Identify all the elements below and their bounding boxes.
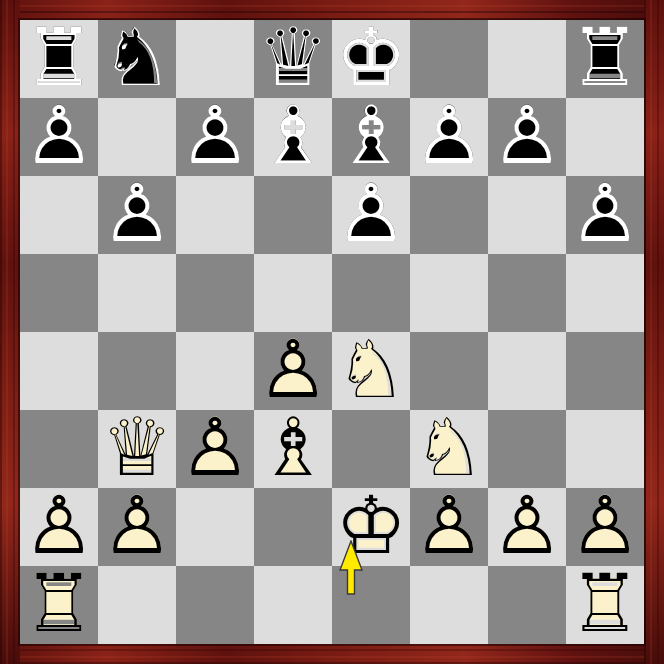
square-e6[interactable]: ♟♙	[332, 176, 410, 254]
piece-black-pawn: ♟♙	[176, 98, 254, 176]
square-f5[interactable]	[410, 254, 488, 332]
piece-black-bishop: ♝♗	[254, 98, 332, 176]
piece-white-rook: ♜♖	[20, 566, 98, 644]
square-f2[interactable]: ♟♙	[410, 488, 488, 566]
piece-white-knight: ♞♘	[332, 332, 410, 410]
square-f7[interactable]: ♟♙	[410, 98, 488, 176]
square-g7[interactable]: ♟♙	[488, 98, 566, 176]
square-d1[interactable]	[254, 566, 332, 644]
square-f1[interactable]	[410, 566, 488, 644]
piece-black-pawn: ♟♙	[332, 176, 410, 254]
square-c1[interactable]	[176, 566, 254, 644]
piece-black-pawn: ♟♙	[410, 98, 488, 176]
square-e5[interactable]	[332, 254, 410, 332]
piece-black-bishop: ♝♗	[332, 98, 410, 176]
square-e1[interactable]	[332, 566, 410, 644]
piece-white-bishop: ♝♗	[254, 410, 332, 488]
piece-white-pawn: ♟♙	[20, 488, 98, 566]
square-g4[interactable]	[488, 332, 566, 410]
piece-black-knight: ♞♘	[98, 20, 176, 98]
square-b4[interactable]	[98, 332, 176, 410]
square-e3[interactable]	[332, 410, 410, 488]
square-f6[interactable]	[410, 176, 488, 254]
square-e8[interactable]: ♚♔	[332, 20, 410, 98]
square-d4[interactable]: ♟♙	[254, 332, 332, 410]
piece-black-king: ♚♔	[332, 20, 410, 98]
square-b1[interactable]	[98, 566, 176, 644]
piece-white-knight: ♞♘	[410, 410, 488, 488]
square-d8[interactable]: ♛♕	[254, 20, 332, 98]
square-a3[interactable]	[20, 410, 98, 488]
square-f8[interactable]	[410, 20, 488, 98]
square-a1[interactable]: ♜♖	[20, 566, 98, 644]
piece-black-pawn: ♟♙	[20, 98, 98, 176]
piece-black-pawn: ♟♙	[566, 176, 644, 254]
piece-white-pawn: ♟♙	[98, 488, 176, 566]
square-d3[interactable]: ♝♗	[254, 410, 332, 488]
square-h2[interactable]: ♟♙	[566, 488, 644, 566]
piece-white-pawn: ♟♙	[410, 488, 488, 566]
square-h6[interactable]: ♟♙	[566, 176, 644, 254]
square-b5[interactable]	[98, 254, 176, 332]
piece-white-king: ♚♔	[332, 488, 410, 566]
square-h4[interactable]	[566, 332, 644, 410]
square-b2[interactable]: ♟♙	[98, 488, 176, 566]
piece-white-pawn: ♟♙	[488, 488, 566, 566]
square-e4[interactable]: ♞♘	[332, 332, 410, 410]
square-e7[interactable]: ♝♗	[332, 98, 410, 176]
square-c7[interactable]: ♟♙	[176, 98, 254, 176]
chess-board: ♜♖♞♘♛♕♚♔♜♖♟♙♟♙♝♗♝♗♟♙♟♙♟♙♟♙♟♙♟♙♞♘♛♕♟♙♝♗♞♘…	[20, 20, 644, 644]
square-a5[interactable]	[20, 254, 98, 332]
square-h7[interactable]	[566, 98, 644, 176]
square-c4[interactable]	[176, 332, 254, 410]
square-b7[interactable]	[98, 98, 176, 176]
square-g2[interactable]: ♟♙	[488, 488, 566, 566]
square-g3[interactable]	[488, 410, 566, 488]
square-g6[interactable]	[488, 176, 566, 254]
square-c5[interactable]	[176, 254, 254, 332]
square-b6[interactable]: ♟♙	[98, 176, 176, 254]
piece-black-queen: ♛♕	[254, 20, 332, 98]
piece-white-pawn: ♟♙	[566, 488, 644, 566]
piece-white-pawn: ♟♙	[176, 410, 254, 488]
square-d2[interactable]	[254, 488, 332, 566]
square-d5[interactable]	[254, 254, 332, 332]
square-h5[interactable]	[566, 254, 644, 332]
piece-white-rook: ♜♖	[566, 566, 644, 644]
square-a7[interactable]: ♟♙	[20, 98, 98, 176]
square-e2[interactable]: ♚♔	[332, 488, 410, 566]
square-c6[interactable]	[176, 176, 254, 254]
square-b3[interactable]: ♛♕	[98, 410, 176, 488]
square-c8[interactable]	[176, 20, 254, 98]
piece-white-queen: ♛♕	[98, 410, 176, 488]
square-d7[interactable]: ♝♗	[254, 98, 332, 176]
square-h1[interactable]: ♜♖	[566, 566, 644, 644]
square-d6[interactable]	[254, 176, 332, 254]
square-c3[interactable]: ♟♙	[176, 410, 254, 488]
piece-black-pawn: ♟♙	[488, 98, 566, 176]
square-g1[interactable]	[488, 566, 566, 644]
square-g8[interactable]	[488, 20, 566, 98]
piece-black-pawn: ♟♙	[98, 176, 176, 254]
square-c2[interactable]	[176, 488, 254, 566]
square-f3[interactable]: ♞♘	[410, 410, 488, 488]
square-h3[interactable]	[566, 410, 644, 488]
square-a2[interactable]: ♟♙	[20, 488, 98, 566]
piece-black-rook: ♜♖	[20, 20, 98, 98]
piece-white-pawn: ♟♙	[254, 332, 332, 410]
piece-black-rook: ♜♖	[566, 20, 644, 98]
square-a6[interactable]	[20, 176, 98, 254]
square-g5[interactable]	[488, 254, 566, 332]
wood-frame: ♜♖♞♘♛♕♚♔♜♖♟♙♟♙♝♗♝♗♟♙♟♙♟♙♟♙♟♙♟♙♞♘♛♕♟♙♝♗♞♘…	[0, 0, 664, 664]
square-a4[interactable]	[20, 332, 98, 410]
square-f4[interactable]	[410, 332, 488, 410]
square-b8[interactable]: ♞♘	[98, 20, 176, 98]
square-a8[interactable]: ♜♖	[20, 20, 98, 98]
square-h8[interactable]: ♜♖	[566, 20, 644, 98]
